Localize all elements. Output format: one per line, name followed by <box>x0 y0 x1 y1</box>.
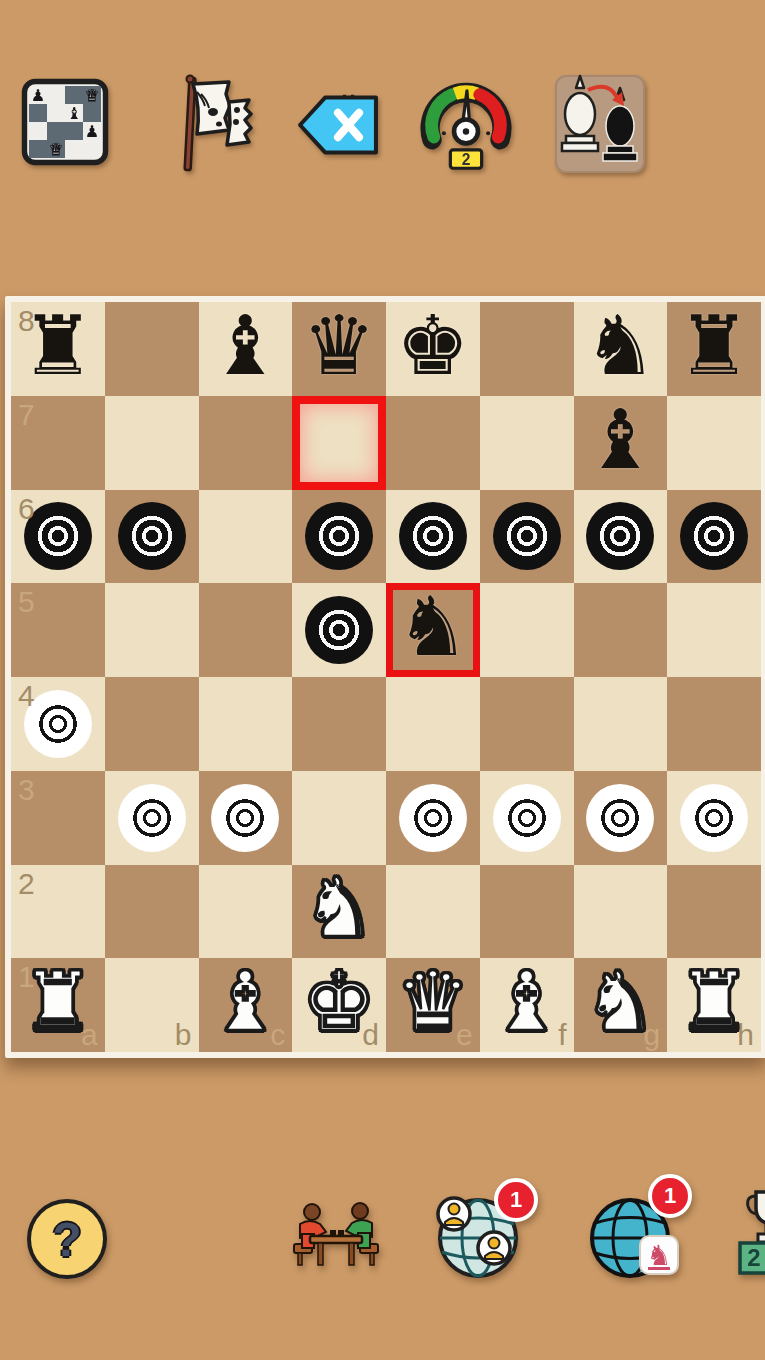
file-label: b <box>175 1020 192 1050</box>
leaderboard-button[interactable]: 2 <box>738 1188 765 1280</box>
svg-text:♛: ♛ <box>49 140 64 159</box>
mini-chessboard-icon: ♟ ♛ ♝ ♟ ♛ <box>20 76 110 168</box>
square-b4[interactable] <box>105 677 199 771</box>
piece-black-bishop[interactable]: ♝ <box>584 399 658 481</box>
switch-sides-button[interactable] <box>554 74 646 174</box>
piece-black-pawn[interactable] <box>118 502 186 570</box>
blue-back-x-icon <box>296 86 380 164</box>
square-a3[interactable]: 3 <box>11 771 105 865</box>
square-c6[interactable] <box>199 490 293 584</box>
piece-black-pawn[interactable] <box>493 502 561 570</box>
square-g3[interactable] <box>574 771 668 865</box>
square-b2[interactable] <box>105 865 199 959</box>
piece-white-knight[interactable]: ♞ <box>584 961 658 1043</box>
svg-text:♝: ♝ <box>67 104 82 123</box>
piece-white-pawn[interactable] <box>211 784 279 852</box>
square-c8[interactable]: ♝ <box>199 302 293 396</box>
board-setup-button[interactable]: ♟ ♛ ♝ ♟ ♛ <box>20 76 110 168</box>
square-b7[interactable] <box>105 396 199 490</box>
svg-text:♟: ♟ <box>31 86 46 105</box>
square-h6[interactable] <box>667 490 761 584</box>
piece-white-pawn[interactable] <box>680 784 748 852</box>
square-h8[interactable]: ♜ <box>667 302 761 396</box>
square-g7[interactable]: ♝ <box>574 396 668 490</box>
square-b5[interactable] <box>105 583 199 677</box>
piece-black-pawn[interactable] <box>586 502 654 570</box>
piece-white-pawn[interactable] <box>493 784 561 852</box>
piece-black-king[interactable]: ♚ <box>396 305 470 387</box>
piece-white-king[interactable]: ♚ <box>302 961 376 1043</box>
square-f3[interactable] <box>480 771 574 865</box>
square-f4[interactable] <box>480 677 574 771</box>
square-h5[interactable] <box>667 583 761 677</box>
piece-black-pawn[interactable] <box>680 502 748 570</box>
undo-button[interactable] <box>296 86 380 164</box>
square-e7[interactable] <box>386 396 480 490</box>
square-a7[interactable]: 7 <box>11 396 105 490</box>
square-e5[interactable]: ♞ <box>386 583 480 677</box>
trophy-podium-icon: 2 <box>738 1188 765 1280</box>
rank-label: 3 <box>18 775 35 805</box>
square-h7[interactable] <box>667 396 761 490</box>
piece-black-knight[interactable]: ♞ <box>396 586 470 668</box>
piece-black-queen[interactable]: ♛ <box>302 305 376 387</box>
square-d3[interactable] <box>292 771 386 865</box>
piece-black-rook[interactable]: ♜ <box>677 305 751 387</box>
square-a1[interactable]: 1a♜ <box>11 958 105 1052</box>
torn-white-flag-icon <box>163 72 259 174</box>
resign-flag-button[interactable] <box>163 72 259 174</box>
square-g5[interactable] <box>574 583 668 677</box>
piece-white-pawn[interactable] <box>399 784 467 852</box>
podium-rank-label: 2 <box>747 1244 760 1271</box>
local-two-player-button[interactable] <box>290 1200 382 1273</box>
players-at-table-icon <box>290 1200 382 1270</box>
square-a5[interactable]: 5 <box>11 583 105 677</box>
rank-label: 5 <box>18 587 35 617</box>
square-f7[interactable] <box>480 396 574 490</box>
square-e6[interactable] <box>386 490 480 584</box>
square-f2[interactable] <box>480 865 574 959</box>
piece-white-pawn[interactable] <box>586 784 654 852</box>
square-f1[interactable]: f♝ <box>480 958 574 1052</box>
piece-white-rook[interactable]: ♜ <box>677 961 751 1043</box>
piece-white-knight[interactable]: ♞ <box>302 867 376 949</box>
square-b8[interactable] <box>105 302 199 396</box>
square-e3[interactable] <box>386 771 480 865</box>
square-d8[interactable]: ♛ <box>292 302 386 396</box>
swap-white-black-pieces-icon <box>554 74 646 174</box>
square-e2[interactable] <box>386 865 480 959</box>
piece-black-knight[interactable]: ♞ <box>584 305 658 387</box>
square-e4[interactable] <box>386 677 480 771</box>
square-d7[interactable] <box>292 396 386 490</box>
svg-text:♛: ♛ <box>85 86 100 105</box>
piece-black-rook[interactable]: ♜ <box>21 305 95 387</box>
piece-white-pawn[interactable] <box>24 690 92 758</box>
question-mark-icon: ? <box>52 1212 81 1267</box>
gauge-icon: 2 <box>420 76 512 174</box>
rank-label: 2 <box>18 869 35 899</box>
piece-white-bishop[interactable]: ♝ <box>490 961 564 1043</box>
piece-black-pawn[interactable] <box>24 502 92 570</box>
svg-text:♟: ♟ <box>85 122 100 141</box>
square-f8[interactable] <box>480 302 574 396</box>
square-h1[interactable]: h♜ <box>667 958 761 1052</box>
square-c3[interactable] <box>199 771 293 865</box>
piece-white-pawn[interactable] <box>118 784 186 852</box>
makruk-app-screen: ♟ ♛ ♝ ♟ ♛ <box>0 0 765 1360</box>
square-c4[interactable] <box>199 677 293 771</box>
square-c1[interactable]: c♝ <box>199 958 293 1052</box>
square-d6[interactable] <box>292 490 386 584</box>
piece-white-rook[interactable]: ♜ <box>21 961 95 1043</box>
square-b3[interactable] <box>105 771 199 865</box>
notification-badge: 1 <box>648 1174 692 1218</box>
square-g4[interactable] <box>574 677 668 771</box>
square-c7[interactable] <box>199 396 293 490</box>
square-a2[interactable]: 2 <box>11 865 105 959</box>
square-g6[interactable] <box>574 490 668 584</box>
piece-black-pawn[interactable] <box>399 502 467 570</box>
square-d4[interactable] <box>292 677 386 771</box>
help-button[interactable]: ? <box>27 1199 107 1279</box>
difficulty-gauge-button[interactable]: 2 <box>420 76 512 174</box>
square-h3[interactable] <box>667 771 761 865</box>
square-d2[interactable]: ♞ <box>292 865 386 959</box>
square-c2[interactable] <box>199 865 293 959</box>
online-play-button[interactable]: ♞ 1 <box>584 1180 696 1288</box>
online-friends-button[interactable]: 1 <box>428 1182 538 1286</box>
notification-badge: 1 <box>494 1178 538 1222</box>
square-e1[interactable]: e♛ <box>386 958 480 1052</box>
square-a4[interactable]: 4 <box>11 677 105 771</box>
square-g2[interactable] <box>574 865 668 959</box>
difficulty-level-label: 2 <box>462 151 471 168</box>
piece-white-queen[interactable]: ♛ <box>396 961 470 1043</box>
square-g8[interactable]: ♞ <box>574 302 668 396</box>
rank-label: 7 <box>18 400 35 430</box>
piece-black-pawn[interactable] <box>305 596 373 664</box>
square-c5[interactable] <box>199 583 293 677</box>
square-g1[interactable]: g♞ <box>574 958 668 1052</box>
square-e8[interactable]: ♚ <box>386 302 480 396</box>
piece-black-bishop[interactable]: ♝ <box>209 305 283 387</box>
square-d1[interactable]: d♚ <box>292 958 386 1052</box>
square-f6[interactable] <box>480 490 574 584</box>
square-b1[interactable]: b <box>105 958 199 1052</box>
square-h2[interactable] <box>667 865 761 959</box>
piece-black-pawn[interactable] <box>305 502 373 570</box>
makruk-board: 8♜♝♛♚♞♜7♝65♞432♞1a♜bc♝d♚e♛f♝g♞h♜ <box>11 302 761 1052</box>
square-h4[interactable] <box>667 677 761 771</box>
square-b6[interactable] <box>105 490 199 584</box>
square-a6[interactable]: 6 <box>11 490 105 584</box>
square-a8[interactable]: 8♜ <box>11 302 105 396</box>
piece-white-bishop[interactable]: ♝ <box>209 961 283 1043</box>
square-d5[interactable] <box>292 583 386 677</box>
square-f5[interactable] <box>480 583 574 677</box>
board-frame: 8♜♝♛♚♞♜7♝65♞432♞1a♜bc♝d♚e♛f♝g♞h♜ <box>5 296 765 1058</box>
